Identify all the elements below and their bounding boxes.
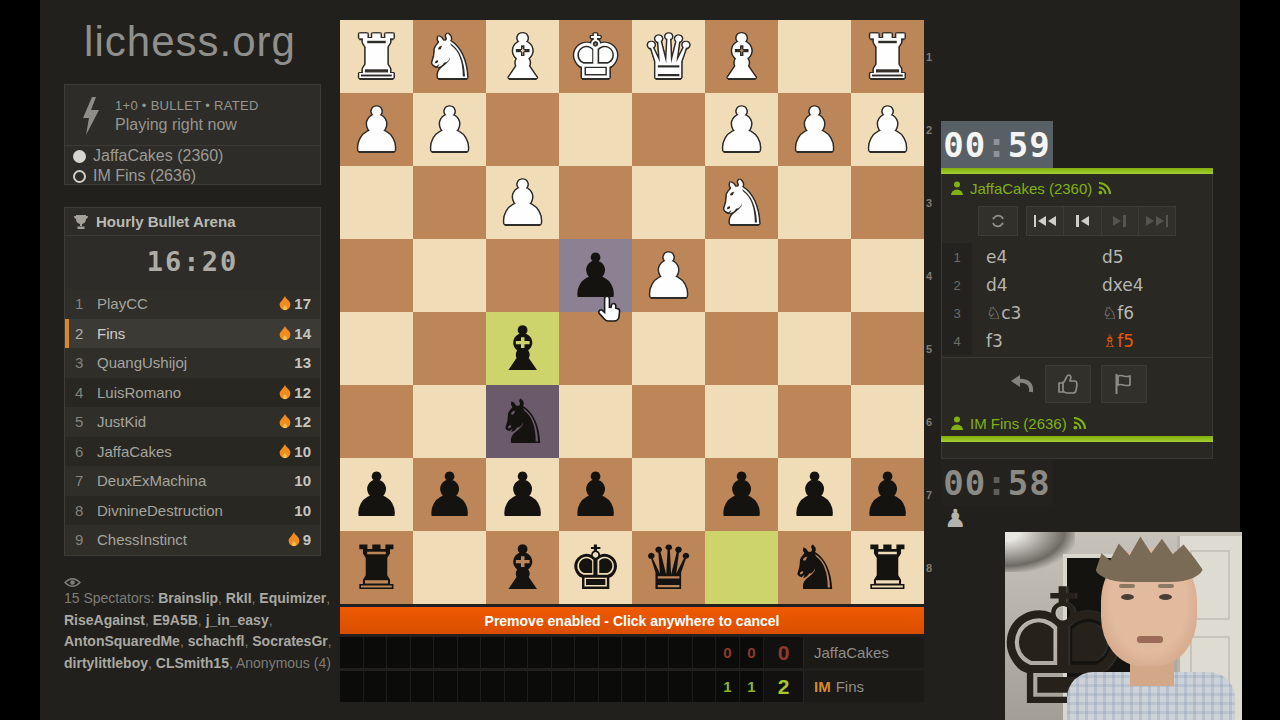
streamer-eye [1121, 594, 1134, 600]
move-list: 1e4d52d4dxe43♘c3♘f64f3♗f5 [942, 243, 1212, 355]
square-c6[interactable] [705, 385, 778, 458]
score-cell-empty [387, 671, 411, 702]
square-e7[interactable]: ♟ [559, 458, 632, 531]
black-rook[interactable]: ♜ [860, 531, 915, 604]
square-d2[interactable] [632, 93, 705, 166]
square-g1[interactable]: ♞ [413, 20, 486, 93]
spectator[interactable]: SocratesGr [252, 633, 327, 649]
square-g2[interactable]: ♟ [413, 93, 486, 166]
stream-icon [1073, 417, 1087, 430]
score-cell-empty [340, 671, 364, 702]
square-d3[interactable] [632, 166, 705, 239]
square-g8[interactable] [413, 531, 486, 604]
standing-score: 9 [288, 531, 311, 548]
square-b8[interactable]: ♞ [778, 531, 851, 604]
score-row-JaffaCakes: 000JaffaCakes [340, 637, 924, 668]
square-c3[interactable]: ♞ [705, 166, 778, 239]
spectator[interactable]: dirtylittleboy [64, 655, 148, 671]
square-a2[interactable]: ♟ [851, 93, 924, 166]
rank-label-1: 1 [926, 20, 939, 93]
square-c1[interactable]: ♝ [705, 20, 778, 93]
spectator[interactable]: Brainslip [158, 590, 218, 606]
square-b3[interactable] [778, 166, 851, 239]
square-a6[interactable] [851, 385, 924, 458]
tournament-score-sheet: 000JaffaCakes112IMFins [340, 637, 924, 705]
game-action-buttons [942, 357, 1212, 409]
square-h5[interactable] [340, 312, 413, 385]
square-h3[interactable] [340, 166, 413, 239]
white-bishop[interactable]: ♝ [495, 20, 550, 93]
white-bishop[interactable]: ♝ [714, 20, 769, 93]
streamer-mouth [1137, 636, 1163, 643]
black-king[interactable]: ♚ [568, 531, 623, 604]
game-info-box: 1+0 • BULLET • RATED Playing right now J… [64, 84, 321, 185]
square-b6[interactable] [778, 385, 851, 458]
white-knight[interactable]: ♞ [422, 20, 477, 93]
spectator[interactable]: RkII [226, 590, 252, 606]
score-cell-empty [693, 671, 717, 702]
standing-rank: 3 [75, 354, 97, 371]
clock-seconds: 58 [1008, 463, 1051, 503]
streamer-eye [1159, 594, 1172, 600]
black-pawn[interactable]: ♟ [422, 458, 477, 531]
black-knight[interactable]: ♞ [495, 385, 550, 458]
square-b7[interactable]: ♟ [778, 458, 851, 531]
square-b1[interactable] [778, 20, 851, 93]
score-cell-empty [528, 637, 552, 668]
premove-banner[interactable]: Premove enabled - Click anywhere to canc… [340, 607, 924, 634]
clock-minutes: 00 [943, 463, 986, 503]
move-1-white[interactable]: e4 [972, 243, 1088, 271]
score-cell-empty [669, 637, 693, 668]
left-black-margin [0, 0, 40, 720]
rank-label-7: 7 [926, 458, 939, 531]
first-move-button[interactable] [1027, 207, 1063, 235]
black-pawn[interactable]: ♟ [860, 458, 915, 531]
square-d4[interactable]: ♟ [632, 239, 705, 312]
black-queen[interactable]: ♛ [641, 531, 696, 604]
user-icon [950, 416, 964, 431]
score-cell-empty [458, 637, 482, 668]
square-b2[interactable]: ♟ [778, 93, 851, 166]
white-player-icon [73, 150, 86, 163]
move-3-white[interactable]: ♘c3 [972, 299, 1088, 327]
rank-coordinates: 12345678 [926, 20, 939, 604]
square-h2[interactable]: ♟ [340, 93, 413, 166]
title-badge: IM [814, 678, 831, 695]
clock-colon: : [986, 125, 1007, 165]
square-f1[interactable]: ♝ [486, 20, 559, 93]
standing-score: 10 [294, 472, 311, 489]
score-cell-empty [411, 671, 435, 702]
score-cell-empty [552, 637, 576, 668]
clock-minutes: 00 [943, 125, 986, 165]
score-cell-empty [552, 671, 576, 702]
standing-player: ChessInstinct [97, 531, 288, 548]
white-pawn[interactable]: ♟ [495, 166, 550, 239]
cycle-replay-button[interactable] [978, 206, 1018, 236]
score-cell-empty [505, 671, 529, 702]
black-player-line[interactable]: IM Fins (2636) [65, 166, 320, 186]
square-g3[interactable] [413, 166, 486, 239]
standing-player: PlayCC [97, 295, 279, 312]
square-a3[interactable] [851, 166, 924, 239]
score-cell-empty [387, 637, 411, 668]
score-cell-empty [693, 637, 717, 668]
white-pawn[interactable]: ♟ [641, 239, 696, 312]
rank-label-5: 5 [926, 312, 939, 385]
game-panel: JaffaCakes (2360) 1e4d52d4dxe43♘c3♘f64f3… [941, 168, 1213, 459]
white-knight[interactable]: ♞ [714, 166, 769, 239]
square-g7[interactable]: ♟ [413, 458, 486, 531]
standings-row-QuangUshijoj[interactable]: 3QuangUshijoj13 [65, 348, 320, 378]
last-move-button[interactable] [1138, 207, 1175, 235]
square-c5[interactable] [705, 312, 778, 385]
standing-player: DeuxExMachina [97, 472, 294, 489]
square-c7[interactable]: ♟ [705, 458, 778, 531]
user-icon [950, 181, 964, 196]
square-a1[interactable]: ♜ [851, 20, 924, 93]
next-move-button[interactable] [1101, 207, 1138, 235]
square-d7[interactable] [632, 458, 705, 531]
square-h4[interactable] [340, 239, 413, 312]
score-cell-empty [458, 671, 482, 702]
square-f5[interactable]: ♝ [486, 312, 559, 385]
streamer-brow [1119, 584, 1135, 588]
square-a8[interactable]: ♜ [851, 531, 924, 604]
black-bishop[interactable]: ♝ [495, 312, 550, 385]
standing-score: 12 [279, 384, 311, 401]
thumb-up-icon [1057, 374, 1079, 394]
square-c2[interactable]: ♟ [705, 93, 778, 166]
standings-row-LuisRomano[interactable]: 4LuisRomano12 [65, 378, 320, 408]
score-cell-empty [364, 637, 388, 668]
previous-move-button[interactable] [1063, 207, 1100, 235]
cycle-icon [990, 213, 1006, 229]
score-cell: 1 [716, 671, 740, 702]
score-cell-empty [599, 637, 623, 668]
standings-row-DeuxExMachina[interactable]: 7DeuxExMachina10 [65, 466, 320, 496]
score-total: 2 [764, 671, 804, 702]
square-h6[interactable] [340, 385, 413, 458]
captured-pieces-tray: ♟ [944, 504, 966, 533]
square-g5[interactable] [413, 312, 486, 385]
rank-label-2: 2 [926, 93, 939, 166]
standings-row-JustKid[interactable]: 5JustKid12 [65, 407, 320, 437]
score-player-name: IMFins [804, 671, 924, 702]
black-player-name: IM Fins (2636) [93, 167, 196, 185]
square-e3[interactable] [559, 166, 632, 239]
score-cell-empty [481, 637, 505, 668]
bottom-player-row[interactable]: IM Fins (2636) [942, 409, 1212, 436]
standing-rank: 9 [75, 531, 97, 548]
standing-score: 13 [294, 354, 311, 371]
square-h7[interactable]: ♟ [340, 458, 413, 531]
standing-score: 10 [294, 502, 311, 519]
standing-rank: 2 [75, 325, 97, 342]
top-player-name: JaffaCakes (2360) [970, 180, 1092, 197]
standing-rank: 7 [75, 472, 97, 489]
black-pawn[interactable]: ♟ [714, 458, 769, 531]
white-player-name: JaffaCakes (2360) [93, 147, 223, 165]
white-queen[interactable]: ♛ [641, 20, 696, 93]
standing-score: 17 [279, 295, 311, 312]
move-number: 4 [942, 327, 972, 355]
spectator[interactable]: E9A5B [153, 612, 198, 628]
spectator[interactable]: CLSmith15 [156, 655, 229, 671]
square-e2[interactable] [559, 93, 632, 166]
square-d8[interactable]: ♛ [632, 531, 705, 604]
score-cell-empty [505, 637, 529, 668]
bullet-lightning-icon [73, 97, 109, 135]
score-cell-empty [364, 671, 388, 702]
score-cell-empty [646, 637, 670, 668]
move-4-black[interactable]: ♗f5 [1088, 327, 1212, 355]
score-cell-empty [669, 671, 693, 702]
right-black-margin [1240, 0, 1280, 720]
resign-button[interactable] [1101, 365, 1147, 403]
move-navigation-group [1026, 206, 1176, 236]
fire-streak-icon [288, 532, 300, 547]
square-a4[interactable] [851, 239, 924, 312]
score-player-name: JaffaCakes [804, 637, 924, 668]
game-status-label: Playing right now [115, 116, 259, 134]
tournament-title: Hourly Bullet Arena [96, 213, 235, 230]
square-f3[interactable]: ♟ [486, 166, 559, 239]
white-pawn[interactable]: ♟ [787, 93, 842, 166]
white-clock: 00:59 [941, 121, 1053, 168]
square-d6[interactable] [632, 385, 705, 458]
score-cell-empty [599, 671, 623, 702]
standing-rank: 8 [75, 502, 97, 519]
score-cell-empty [411, 637, 435, 668]
spectator[interactable]: j_in_easy [206, 612, 269, 628]
standings-row-JaffaCakes[interactable]: 6JaffaCakes10 [65, 437, 320, 467]
square-d5[interactable] [632, 312, 705, 385]
fire-streak-icon [279, 385, 291, 400]
score-cell: 0 [740, 637, 764, 668]
replay-controls [942, 201, 1212, 243]
score-cell-empty [528, 671, 552, 702]
black-player-icon [73, 170, 86, 183]
lichess-logo[interactable]: lichess.org [40, 18, 340, 66]
standings-row-Fins[interactable]: 2Fins14 [65, 319, 320, 349]
standings-row-ChessInstinct[interactable]: 9ChessInstinct9 [65, 525, 320, 555]
clock-seconds: 59 [1008, 125, 1051, 165]
square-b4[interactable] [778, 239, 851, 312]
square-c4[interactable] [705, 239, 778, 312]
hand-cursor-icon [596, 294, 625, 325]
game-mode-label: 1+0 • BULLET • RATED [115, 98, 259, 113]
spectator[interactable]: Equimizer [259, 590, 326, 606]
rank-label-6: 6 [926, 385, 939, 458]
black-clock: 00:58 [941, 459, 1053, 506]
score-cell-empty [622, 637, 646, 668]
standing-player: JustKid [97, 413, 279, 430]
standing-player: DivnineDestruction [97, 502, 294, 519]
streamer-webcam: ♚ [1005, 532, 1242, 720]
tournament-standings: 1PlayCC172Fins143QuangUshijoj134LuisRoma… [65, 289, 320, 555]
spectators-list: 15 Spectators: Brainslip, RkII, Equimize… [64, 577, 334, 674]
square-e1[interactable]: ♚ [559, 20, 632, 93]
top-player-row[interactable]: JaffaCakes (2360) [942, 174, 1212, 201]
square-h1[interactable]: ♜ [340, 20, 413, 93]
anonymous-spectators: Anonymous (4) [233, 655, 331, 671]
standing-player: LuisRomano [97, 384, 279, 401]
move-2-white[interactable]: d4 [972, 271, 1088, 299]
black-knight[interactable]: ♞ [787, 531, 842, 604]
score-cell-empty [575, 671, 599, 702]
black-pawn[interactable]: ♟ [787, 458, 842, 531]
score-cell-empty [481, 671, 505, 702]
standing-rank: 4 [75, 384, 97, 401]
tournament-clock: 16:20 [65, 236, 320, 289]
rank-label-4: 4 [926, 239, 939, 312]
standing-player: JaffaCakes [97, 443, 279, 460]
standing-score: 10 [279, 443, 311, 460]
white-pawn[interactable]: ♟ [422, 93, 477, 166]
trophy-icon [73, 214, 89, 230]
square-f8[interactable]: ♝ [486, 531, 559, 604]
tournament-box: Hourly Bullet Arena 16:20 1PlayCC172Fins… [64, 207, 321, 556]
square-a5[interactable] [851, 312, 924, 385]
black-pawn[interactable]: ♟ [495, 458, 550, 531]
bottom-player-name: IM Fins (2636) [970, 415, 1067, 432]
square-e8[interactable]: ♚ [559, 531, 632, 604]
score-cell-empty [646, 671, 670, 702]
square-h8[interactable]: ♜ [340, 531, 413, 604]
move-number: 1 [942, 243, 972, 271]
standing-score: 14 [279, 325, 311, 342]
fire-streak-icon [279, 444, 291, 459]
square-f4[interactable] [486, 239, 559, 312]
white-player-line[interactable]: JaffaCakes (2360) [65, 146, 320, 166]
panel-bottom-accent [941, 436, 1213, 442]
move-number: 3 [942, 299, 972, 327]
spectators-label: 15 Spectators: [64, 590, 154, 606]
white-pawn[interactable]: ♟ [714, 93, 769, 166]
square-d1[interactable]: ♛ [632, 20, 705, 93]
fire-streak-icon [279, 296, 291, 311]
chess-board[interactable]: ♜♞♝♚♛♝♜♟♟♟♟♟♟♞♟♟♝♞♟♟♟♟♟♟♟♜♝♚♛♞♜ [340, 20, 924, 604]
square-b5[interactable] [778, 312, 851, 385]
standing-rank: 5 [75, 413, 97, 430]
stream-icon [1098, 182, 1112, 195]
black-pawn[interactable]: ♟ [568, 458, 623, 531]
square-g4[interactable] [413, 239, 486, 312]
rank-label-8: 8 [926, 531, 939, 604]
standing-score: 12 [279, 413, 311, 430]
square-a7[interactable]: ♟ [851, 458, 924, 531]
move-number: 2 [942, 271, 972, 299]
square-f2[interactable] [486, 93, 559, 166]
move-3-black[interactable]: ♘f6 [1088, 299, 1212, 327]
spectator[interactable]: AntonSquaredMe [64, 633, 180, 649]
black-bishop[interactable]: ♝ [495, 531, 550, 604]
move-2-black[interactable]: dxe4 [1088, 271, 1212, 299]
takeback-icon[interactable] [1007, 372, 1035, 396]
standings-row-PlayCC[interactable]: 1PlayCC17 [65, 289, 320, 319]
white-rook[interactable]: ♜ [349, 20, 404, 93]
tournament-header[interactable]: Hourly Bullet Arena [65, 208, 320, 235]
score-cell-empty [340, 637, 364, 668]
fire-streak-icon [279, 414, 291, 429]
square-g6[interactable] [413, 385, 486, 458]
white-pawn[interactable]: ♟ [860, 93, 915, 166]
square-c8[interactable] [705, 531, 778, 604]
black-pawn[interactable]: ♟ [349, 458, 404, 531]
white-rook[interactable]: ♜ [860, 20, 915, 93]
score-cell: 1 [740, 671, 764, 702]
clock-colon: : [986, 463, 1007, 503]
fire-streak-icon [279, 326, 291, 341]
move-1-black[interactable]: d5 [1088, 243, 1212, 271]
rank-label-3: 3 [926, 166, 939, 239]
score-cell-empty [575, 637, 599, 668]
move-4-white[interactable]: f3 [972, 327, 1088, 355]
score-cell-empty [434, 671, 458, 702]
score-row-Fins: 112IMFins [340, 671, 924, 702]
white-king[interactable]: ♚ [568, 20, 623, 93]
score-cell-empty [434, 637, 458, 668]
score-total: 0 [764, 637, 804, 668]
spectator[interactable]: RiseAgainst [64, 612, 145, 628]
black-rook[interactable]: ♜ [349, 531, 404, 604]
score-cell-empty [622, 671, 646, 702]
standing-rank: 1 [75, 295, 97, 312]
spectator[interactable]: schachfl [188, 633, 245, 649]
standing-player: QuangUshijoj [97, 354, 294, 371]
streamer-brow [1158, 584, 1174, 588]
eye-icon [64, 577, 81, 588]
standing-rank: 6 [75, 443, 97, 460]
flag-icon [1113, 373, 1135, 395]
white-pawn[interactable]: ♟ [349, 93, 404, 166]
square-f6[interactable]: ♞ [486, 385, 559, 458]
square-e6[interactable] [559, 385, 632, 458]
standing-player: Fins [97, 325, 279, 342]
offer-draw-button[interactable] [1045, 365, 1091, 403]
standings-row-DivnineDestruction[interactable]: 8DivnineDestruction10 [65, 496, 320, 526]
square-f7[interactable]: ♟ [486, 458, 559, 531]
score-cell: 0 [716, 637, 740, 668]
